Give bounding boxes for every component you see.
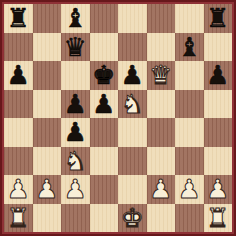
square-d5[interactable]: ♟: [90, 90, 119, 119]
piece-black-queen[interactable]: ♛: [64, 34, 87, 60]
square-g3[interactable]: [175, 147, 204, 176]
piece-black-rook[interactable]: ♜: [206, 5, 229, 31]
square-d8[interactable]: [90, 4, 119, 33]
square-c6[interactable]: [61, 61, 90, 90]
square-a8[interactable]: ♜: [4, 4, 33, 33]
square-h1[interactable]: ♜: [204, 204, 233, 233]
square-d6[interactable]: ♚: [90, 61, 119, 90]
piece-black-bishop[interactable]: ♝: [64, 5, 87, 31]
square-f7[interactable]: [147, 33, 176, 62]
square-a4[interactable]: [4, 118, 33, 147]
square-c2[interactable]: ♟: [61, 175, 90, 204]
square-c8[interactable]: ♝: [61, 4, 90, 33]
square-g8[interactable]: [175, 4, 204, 33]
piece-white-pawn[interactable]: ♟: [35, 176, 58, 202]
square-e1[interactable]: ♚: [118, 204, 147, 233]
piece-white-pawn[interactable]: ♟: [206, 176, 229, 202]
square-h6[interactable]: ♟: [204, 61, 233, 90]
piece-black-pawn[interactable]: ♟: [206, 62, 229, 88]
piece-white-rook[interactable]: ♜: [206, 205, 229, 231]
square-c5[interactable]: ♟: [61, 90, 90, 119]
square-d3[interactable]: [90, 147, 119, 176]
square-h8[interactable]: ♜: [204, 4, 233, 33]
piece-white-knight[interactable]: ♞: [121, 91, 144, 117]
square-c1[interactable]: [61, 204, 90, 233]
square-f2[interactable]: ♟: [147, 175, 176, 204]
square-e7[interactable]: [118, 33, 147, 62]
square-f4[interactable]: [147, 118, 176, 147]
square-a7[interactable]: [4, 33, 33, 62]
square-g5[interactable]: [175, 90, 204, 119]
square-b3[interactable]: [33, 147, 62, 176]
piece-black-king[interactable]: ♚: [92, 62, 115, 88]
piece-black-pawn[interactable]: ♟: [7, 62, 30, 88]
square-a6[interactable]: ♟: [4, 61, 33, 90]
piece-white-king[interactable]: ♚: [121, 205, 144, 231]
piece-black-pawn[interactable]: ♟: [64, 119, 87, 145]
square-g4[interactable]: [175, 118, 204, 147]
square-e8[interactable]: [118, 4, 147, 33]
square-c7[interactable]: ♛: [61, 33, 90, 62]
square-d7[interactable]: [90, 33, 119, 62]
square-f6[interactable]: ♛: [147, 61, 176, 90]
square-e5[interactable]: ♞: [118, 90, 147, 119]
square-b2[interactable]: ♟: [33, 175, 62, 204]
square-e6[interactable]: ♟: [118, 61, 147, 90]
piece-black-bishop[interactable]: ♝: [178, 34, 201, 60]
square-f3[interactable]: [147, 147, 176, 176]
square-e3[interactable]: [118, 147, 147, 176]
piece-white-pawn[interactable]: ♟: [149, 176, 172, 202]
square-g6[interactable]: [175, 61, 204, 90]
piece-black-pawn[interactable]: ♟: [64, 91, 87, 117]
piece-black-pawn[interactable]: ♟: [121, 62, 144, 88]
piece-white-pawn[interactable]: ♟: [7, 176, 30, 202]
square-d1[interactable]: [90, 204, 119, 233]
square-b1[interactable]: [33, 204, 62, 233]
square-d2[interactable]: [90, 175, 119, 204]
square-b8[interactable]: [33, 4, 62, 33]
piece-white-knight[interactable]: ♞: [64, 148, 87, 174]
square-b6[interactable]: [33, 61, 62, 90]
square-a2[interactable]: ♟: [4, 175, 33, 204]
square-d4[interactable]: [90, 118, 119, 147]
square-b4[interactable]: [33, 118, 62, 147]
piece-white-pawn[interactable]: ♟: [64, 176, 87, 202]
square-b7[interactable]: [33, 33, 62, 62]
square-h4[interactable]: [204, 118, 233, 147]
square-f8[interactable]: [147, 4, 176, 33]
square-h7[interactable]: [204, 33, 233, 62]
square-g2[interactable]: ♟: [175, 175, 204, 204]
square-h2[interactable]: ♟: [204, 175, 233, 204]
square-c4[interactable]: ♟: [61, 118, 90, 147]
square-f1[interactable]: [147, 204, 176, 233]
square-a1[interactable]: ♜: [4, 204, 33, 233]
piece-white-pawn[interactable]: ♟: [178, 176, 201, 202]
square-g7[interactable]: ♝: [175, 33, 204, 62]
piece-black-pawn[interactable]: ♟: [92, 91, 115, 117]
square-f5[interactable]: [147, 90, 176, 119]
square-e2[interactable]: [118, 175, 147, 204]
square-c3[interactable]: ♞: [61, 147, 90, 176]
square-h5[interactable]: [204, 90, 233, 119]
piece-white-rook[interactable]: ♜: [7, 205, 30, 231]
square-a5[interactable]: [4, 90, 33, 119]
square-b5[interactable]: [33, 90, 62, 119]
square-g1[interactable]: [175, 204, 204, 233]
chess-board-frame: ♜♝♜♛♝♟♚♟♛♟♟♟♞♟♞♟♟♟♟♟♟♜♚♜: [0, 0, 236, 236]
piece-black-rook[interactable]: ♜: [7, 5, 30, 31]
square-h3[interactable]: [204, 147, 233, 176]
piece-white-queen[interactable]: ♛: [149, 62, 172, 88]
chess-board: ♜♝♜♛♝♟♚♟♛♟♟♟♞♟♞♟♟♟♟♟♟♜♚♜: [4, 4, 232, 232]
square-e4[interactable]: [118, 118, 147, 147]
square-a3[interactable]: [4, 147, 33, 176]
